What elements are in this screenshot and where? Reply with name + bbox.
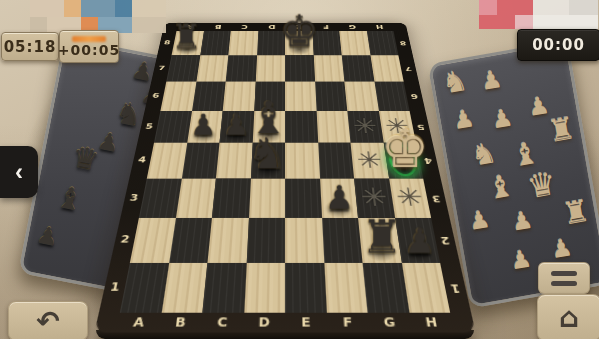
square-b8[interactable] <box>200 31 231 55</box>
square-a6[interactable] <box>160 82 196 111</box>
home-button[interactable]: ⌂ <box>537 294 599 339</box>
file-label-e: E <box>285 23 312 31</box>
file-label-h: H <box>365 23 393 31</box>
home-icon: ⌂ <box>559 301 579 334</box>
square-f2[interactable] <box>322 218 363 263</box>
piece-black-rook-g2[interactable]: ♜ <box>361 212 402 258</box>
square-f3[interactable]: ♟ <box>320 178 359 218</box>
player-clock-right: 00:00 <box>517 29 599 61</box>
file-label-f: F <box>312 23 340 31</box>
square-b5[interactable]: ♟ <box>187 111 223 143</box>
square-a7[interactable] <box>166 55 200 81</box>
square-e3[interactable] <box>285 178 322 218</box>
file-label-f: F <box>326 313 369 333</box>
square-c4[interactable] <box>216 143 252 179</box>
file-labels-near: ABCDEFGH <box>116 313 454 333</box>
file-label-h: H <box>409 313 454 333</box>
clock-right-time: 00:00 <box>532 36 585 54</box>
file-label-a: A <box>116 313 161 333</box>
square-e7[interactable] <box>285 55 315 81</box>
file-label-e: E <box>285 313 327 333</box>
censored-area-right <box>479 0 598 29</box>
file-label-c: C <box>231 23 259 31</box>
clock-left-time: 05:18 <box>4 38 57 56</box>
file-label-d: D <box>243 313 285 333</box>
square-e1[interactable] <box>285 262 326 312</box>
file-labels-far: ABCDEFGH <box>176 23 393 31</box>
square-f1[interactable] <box>324 262 368 312</box>
piece-black-pawn-f3[interactable]: ♟ <box>325 182 354 215</box>
censored-area-left <box>30 0 166 33</box>
square-f7[interactable] <box>313 55 344 81</box>
menu-bar-icon <box>551 281 577 286</box>
game-screen: ♟♟♞♟♛♝♟ ♞♟♟♟♟♞♝♜♝♛♟♟♜♟♟ ♜♚♟♟♝✳✳♞✳♚♟✳✳♜♟ … <box>0 0 599 339</box>
undo-button[interactable]: ↶ <box>8 301 88 339</box>
square-h4[interactable]: ♚ <box>383 143 423 179</box>
file-label-c: C <box>200 313 243 333</box>
square-f6[interactable] <box>315 82 348 111</box>
undo-arrow-icon: ↶ <box>36 305 59 338</box>
square-g6[interactable] <box>344 82 378 111</box>
square-b7[interactable] <box>196 55 228 81</box>
increment-clock: +00:05 <box>59 30 119 63</box>
square-e8[interactable]: ♚ <box>285 31 313 55</box>
square-c2[interactable] <box>207 218 248 263</box>
square-f5[interactable] <box>316 111 350 143</box>
square-b3[interactable] <box>175 178 216 218</box>
square-a5[interactable] <box>154 111 192 143</box>
piece-white-king-h4[interactable]: ♚ <box>381 122 429 175</box>
piece-black-knight-d4[interactable]: ♞ <box>248 132 287 175</box>
square-c1[interactable] <box>202 262 246 312</box>
square-g2[interactable]: ♜ <box>358 218 401 263</box>
file-label-b: B <box>158 313 202 333</box>
square-e2[interactable] <box>285 218 324 263</box>
square-c7[interactable] <box>226 55 257 81</box>
piece-black-pawn-b5[interactable]: ♟ <box>190 111 216 140</box>
file-label-g: G <box>368 313 412 333</box>
square-g7[interactable] <box>342 55 374 81</box>
square-d4[interactable]: ♞ <box>250 143 285 179</box>
square-f4[interactable] <box>318 143 354 179</box>
file-label-a: A <box>176 23 204 31</box>
square-c8[interactable] <box>228 31 258 55</box>
file-label-d: D <box>258 23 285 31</box>
menu-bar-icon <box>551 271 577 276</box>
square-c3[interactable] <box>212 178 251 218</box>
square-e6[interactable] <box>285 82 316 111</box>
square-b1[interactable] <box>161 262 207 312</box>
board: ♜♚♟♟♝✳✳♞✳♚♟✳✳♜♟ ABCDEFGH ABCDEFGH 876543… <box>94 23 475 333</box>
file-label-g: G <box>338 23 366 31</box>
piece-black-king-e8[interactable]: ♚ <box>279 9 318 53</box>
square-e5[interactable] <box>285 111 318 143</box>
square-g8[interactable] <box>339 31 370 55</box>
square-d2[interactable] <box>246 218 285 263</box>
player-clock-left: 05:18 <box>1 32 59 61</box>
square-b4[interactable] <box>181 143 219 179</box>
menu-button[interactable] <box>538 262 590 294</box>
file-label-b: B <box>204 23 232 31</box>
square-e4[interactable] <box>285 143 320 179</box>
move-hint-g5[interactable]: ✳ <box>347 111 383 143</box>
square-b2[interactable] <box>169 218 212 263</box>
back-button[interactable]: ‹ <box>0 146 38 198</box>
board-squares: ♜♚♟♟♝✳✳♞✳♚♟✳✳♜♟ <box>120 31 450 313</box>
square-d7[interactable] <box>255 55 285 81</box>
increment-value: +00:05 <box>58 42 120 58</box>
square-a8[interactable]: ♜ <box>172 31 204 55</box>
square-d1[interactable] <box>244 262 285 312</box>
square-d3[interactable] <box>248 178 285 218</box>
square-g5[interactable]: ✳ <box>347 111 383 143</box>
increment-flash <box>72 36 106 42</box>
piece-black-pawn-c5[interactable]: ♟ <box>223 111 249 140</box>
back-chevron-icon: ‹ <box>15 158 23 186</box>
piece-black-pawn-h2[interactable]: ♟ <box>404 224 435 259</box>
square-b6[interactable] <box>192 82 226 111</box>
